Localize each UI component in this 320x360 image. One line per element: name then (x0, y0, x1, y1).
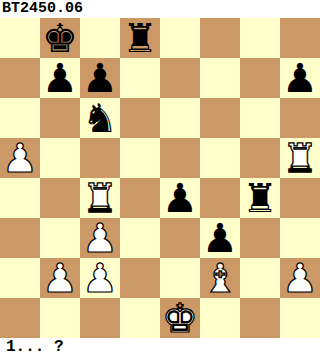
square-e2[interactable] (160, 258, 200, 298)
white-rook[interactable]: ♜︎ (282, 138, 318, 178)
square-h1[interactable] (280, 298, 320, 338)
square-e5[interactable] (160, 138, 200, 178)
square-b2[interactable]: ♟︎ (40, 258, 80, 298)
square-g7[interactable] (240, 58, 280, 98)
square-f4[interactable] (200, 178, 240, 218)
square-h8[interactable] (280, 18, 320, 58)
black-pawn[interactable]: ♟︎ (162, 178, 198, 218)
square-h3[interactable] (280, 218, 320, 258)
square-d3[interactable] (120, 218, 160, 258)
square-b1[interactable] (40, 298, 80, 338)
square-d5[interactable] (120, 138, 160, 178)
square-a4[interactable] (0, 178, 40, 218)
black-king[interactable]: ♚︎ (42, 18, 78, 58)
square-c5[interactable] (80, 138, 120, 178)
square-h6[interactable] (280, 98, 320, 138)
square-d6[interactable] (120, 98, 160, 138)
square-g2[interactable] (240, 258, 280, 298)
black-pawn[interactable]: ♟︎ (282, 58, 318, 98)
white-king[interactable]: ♚︎ (162, 298, 198, 338)
square-b5[interactable] (40, 138, 80, 178)
square-d4[interactable] (120, 178, 160, 218)
square-f3[interactable]: ♟︎ (200, 218, 240, 258)
white-pawn[interactable]: ♟︎ (42, 258, 78, 298)
square-c8[interactable] (80, 18, 120, 58)
square-b3[interactable] (40, 218, 80, 258)
square-g4[interactable]: ♜︎ (240, 178, 280, 218)
square-d2[interactable] (120, 258, 160, 298)
square-c6[interactable]: ♞︎ (80, 98, 120, 138)
square-e4[interactable]: ♟︎ (160, 178, 200, 218)
chess-puzzle-window: BT2450.06 ♚︎♜︎♟︎♟︎♟︎♞︎♟︎♜︎♜︎♟︎♜︎♟︎♟︎♟︎♟︎… (0, 0, 320, 360)
square-b4[interactable] (40, 178, 80, 218)
white-rook[interactable]: ♜︎ (82, 178, 118, 218)
square-a1[interactable] (0, 298, 40, 338)
square-a6[interactable] (0, 98, 40, 138)
move-prompt-label: 1... ? (0, 338, 320, 360)
white-bishop[interactable]: ♝︎ (202, 258, 238, 298)
chess-board: ♚︎♜︎♟︎♟︎♟︎♞︎♟︎♜︎♜︎♟︎♜︎♟︎♟︎♟︎♟︎♝︎♟︎♚︎ (0, 18, 320, 338)
square-g1[interactable] (240, 298, 280, 338)
square-d8[interactable]: ♜︎ (120, 18, 160, 58)
white-pawn[interactable]: ♟︎ (282, 258, 318, 298)
square-g8[interactable] (240, 18, 280, 58)
black-knight[interactable]: ♞︎ (82, 98, 118, 138)
square-f5[interactable] (200, 138, 240, 178)
white-pawn[interactable]: ♟︎ (82, 258, 118, 298)
square-e7[interactable] (160, 58, 200, 98)
square-f1[interactable] (200, 298, 240, 338)
square-a3[interactable] (0, 218, 40, 258)
square-e3[interactable] (160, 218, 200, 258)
square-h4[interactable] (280, 178, 320, 218)
square-a7[interactable] (0, 58, 40, 98)
square-b6[interactable] (40, 98, 80, 138)
square-e8[interactable] (160, 18, 200, 58)
square-g3[interactable] (240, 218, 280, 258)
white-pawn[interactable]: ♟︎ (82, 218, 118, 258)
black-pawn[interactable]: ♟︎ (42, 58, 78, 98)
square-g6[interactable] (240, 98, 280, 138)
square-c7[interactable]: ♟︎ (80, 58, 120, 98)
square-d1[interactable] (120, 298, 160, 338)
square-h7[interactable]: ♟︎ (280, 58, 320, 98)
square-f2[interactable]: ♝︎ (200, 258, 240, 298)
square-a5[interactable]: ♟︎ (0, 138, 40, 178)
white-pawn[interactable]: ♟︎ (2, 138, 38, 178)
square-b7[interactable]: ♟︎ (40, 58, 80, 98)
black-pawn[interactable]: ♟︎ (82, 58, 118, 98)
square-e1[interactable]: ♚︎ (160, 298, 200, 338)
square-e6[interactable] (160, 98, 200, 138)
black-rook[interactable]: ♜︎ (122, 18, 158, 58)
square-c4[interactable]: ♜︎ (80, 178, 120, 218)
square-h2[interactable]: ♟︎ (280, 258, 320, 298)
square-d7[interactable] (120, 58, 160, 98)
square-f6[interactable] (200, 98, 240, 138)
square-a8[interactable] (0, 18, 40, 58)
square-c1[interactable] (80, 298, 120, 338)
square-g5[interactable] (240, 138, 280, 178)
square-h5[interactable]: ♜︎ (280, 138, 320, 178)
black-rook[interactable]: ♜︎ (242, 178, 278, 218)
square-f7[interactable] (200, 58, 240, 98)
square-c3[interactable]: ♟︎ (80, 218, 120, 258)
square-f8[interactable] (200, 18, 240, 58)
square-c2[interactable]: ♟︎ (80, 258, 120, 298)
square-a2[interactable] (0, 258, 40, 298)
black-pawn[interactable]: ♟︎ (202, 218, 238, 258)
square-b8[interactable]: ♚︎ (40, 18, 80, 58)
